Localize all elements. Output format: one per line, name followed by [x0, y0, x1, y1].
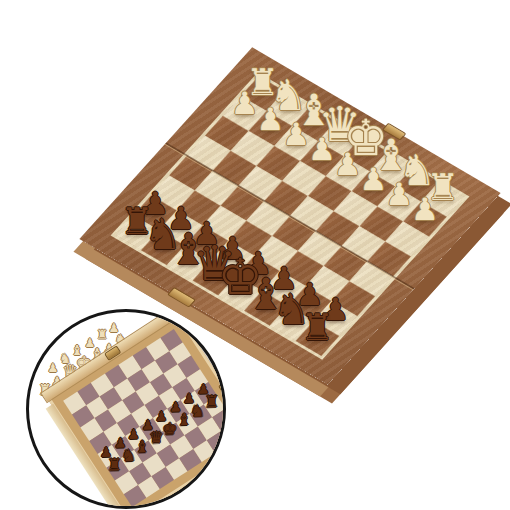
pieces-layer: ♜♞♝♛♚♝♞♜♟♟♟♟♟♟♟♟♟♟♟♟♟♟♟♟♜♞♝♛♚♝♞♜: [0, 0, 510, 510]
piece-white-pawn-b2[interactable]: ♟: [256, 103, 284, 134]
piece-white-pawn-h2[interactable]: ♟: [411, 194, 439, 225]
piece-white-pawn-e2[interactable]: ♟: [334, 148, 362, 179]
piece-white-pawn-c2[interactable]: ♟: [282, 118, 310, 149]
piece-brown-rook-h8[interactable]: ♜: [301, 308, 334, 345]
chess-board: ♜♞♝♛♚♝♞♜♟♟♟♟♟♟♟♟♟♟♟♟♟♟♟♟♜♞♝♛♚♝♞♜: [0, 0, 510, 510]
piece-white-pawn-f2[interactable]: ♟: [360, 164, 388, 195]
piece-white-pawn-g2[interactable]: ♟: [385, 179, 413, 210]
product-photo: ♟♜♟♝♞♟♞♟♝♚♛♟♜ ♟♟♟♟♟♟♟♟♜♞♝♛♚♝♞♜ ♜♞♝♛♚♝♞♜♟…: [0, 0, 510, 510]
piece-white-pawn-a2[interactable]: ♟: [231, 88, 259, 119]
piece-white-pawn-d2[interactable]: ♟: [308, 133, 336, 164]
